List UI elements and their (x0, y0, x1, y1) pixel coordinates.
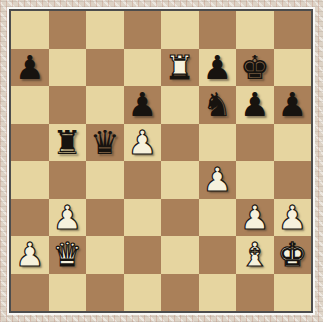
square-b1[interactable] (49, 274, 87, 312)
piece-white-pawn[interactable]: ♟ (240, 199, 270, 236)
square-c7[interactable] (86, 49, 124, 87)
square-g2[interactable]: ♝ (236, 236, 274, 274)
square-a1[interactable] (11, 274, 49, 312)
board-frame: ♟♜♟♚♟♞♟♟♜♛♟♟♟♟♟♟♛♝♚ (0, 0, 323, 322)
square-g3[interactable]: ♟ (236, 199, 274, 237)
square-c1[interactable] (86, 274, 124, 312)
square-d4[interactable] (124, 161, 162, 199)
square-d5[interactable]: ♟ (124, 124, 162, 162)
square-e5[interactable] (161, 124, 199, 162)
piece-white-queen[interactable]: ♛ (52, 236, 82, 273)
frame-light-line: ♟♜♟♚♟♞♟♟♜♛♟♟♟♟♟♟♛♝♚ (7, 7, 315, 315)
square-c6[interactable] (86, 86, 124, 124)
square-e7[interactable]: ♜ (161, 49, 199, 87)
square-b7[interactable] (49, 49, 87, 87)
piece-white-pawn[interactable]: ♟ (52, 199, 82, 236)
square-b6[interactable] (49, 86, 87, 124)
piece-white-pawn[interactable]: ♟ (277, 199, 307, 236)
square-f7[interactable]: ♟ (199, 49, 237, 87)
square-c4[interactable] (86, 161, 124, 199)
square-f6[interactable]: ♞ (199, 86, 237, 124)
square-a2[interactable]: ♟ (11, 236, 49, 274)
square-a3[interactable] (11, 199, 49, 237)
piece-white-rook[interactable]: ♜ (165, 49, 195, 86)
square-f8[interactable] (199, 11, 237, 49)
square-e2[interactable] (161, 236, 199, 274)
square-b4[interactable] (49, 161, 87, 199)
square-b3[interactable]: ♟ (49, 199, 87, 237)
square-g6[interactable]: ♟ (236, 86, 274, 124)
square-d8[interactable] (124, 11, 162, 49)
square-b5[interactable]: ♜ (49, 124, 87, 162)
square-a5[interactable] (11, 124, 49, 162)
chess-board: ♟♜♟♚♟♞♟♟♜♛♟♟♟♟♟♟♛♝♚ (11, 11, 311, 311)
square-d7[interactable] (124, 49, 162, 87)
square-c3[interactable] (86, 199, 124, 237)
square-g8[interactable] (236, 11, 274, 49)
square-g7[interactable]: ♚ (236, 49, 274, 87)
square-a6[interactable] (11, 86, 49, 124)
square-f5[interactable] (199, 124, 237, 162)
piece-black-king[interactable]: ♚ (240, 49, 270, 86)
square-d6[interactable]: ♟ (124, 86, 162, 124)
square-h1[interactable] (274, 274, 312, 312)
square-g5[interactable] (236, 124, 274, 162)
square-a8[interactable] (11, 11, 49, 49)
piece-white-pawn[interactable]: ♟ (202, 161, 232, 198)
square-h2[interactable]: ♚ (274, 236, 312, 274)
square-f4[interactable]: ♟ (199, 161, 237, 199)
piece-black-pawn[interactable]: ♟ (15, 49, 45, 86)
square-h3[interactable]: ♟ (274, 199, 312, 237)
square-c2[interactable] (86, 236, 124, 274)
square-f1[interactable] (199, 274, 237, 312)
piece-black-queen[interactable]: ♛ (90, 124, 120, 161)
piece-white-pawn[interactable]: ♟ (15, 236, 45, 273)
piece-white-king[interactable]: ♚ (277, 236, 307, 273)
piece-black-pawn[interactable]: ♟ (202, 49, 232, 86)
square-d3[interactable] (124, 199, 162, 237)
square-e4[interactable] (161, 161, 199, 199)
square-e1[interactable] (161, 274, 199, 312)
square-h6[interactable]: ♟ (274, 86, 312, 124)
square-e6[interactable] (161, 86, 199, 124)
square-f2[interactable] (199, 236, 237, 274)
square-e8[interactable] (161, 11, 199, 49)
square-d2[interactable] (124, 236, 162, 274)
square-h7[interactable] (274, 49, 312, 87)
piece-black-rook[interactable]: ♜ (52, 124, 82, 161)
piece-black-pawn[interactable]: ♟ (240, 86, 270, 123)
square-c5[interactable]: ♛ (86, 124, 124, 162)
square-a4[interactable] (11, 161, 49, 199)
frame-dark-line: ♟♜♟♚♟♞♟♟♜♛♟♟♟♟♟♟♛♝♚ (9, 9, 313, 313)
piece-black-pawn[interactable]: ♟ (277, 86, 307, 123)
square-b8[interactable] (49, 11, 87, 49)
square-h8[interactable] (274, 11, 312, 49)
square-a7[interactable]: ♟ (11, 49, 49, 87)
square-g1[interactable] (236, 274, 274, 312)
square-c8[interactable] (86, 11, 124, 49)
piece-black-knight[interactable]: ♞ (202, 86, 232, 123)
square-f3[interactable] (199, 199, 237, 237)
square-d1[interactable] (124, 274, 162, 312)
square-h4[interactable] (274, 161, 312, 199)
piece-black-pawn[interactable]: ♟ (127, 86, 157, 123)
square-g4[interactable] (236, 161, 274, 199)
square-h5[interactable] (274, 124, 312, 162)
piece-white-bishop[interactable]: ♝ (240, 236, 270, 273)
square-b2[interactable]: ♛ (49, 236, 87, 274)
piece-white-pawn[interactable]: ♟ (127, 124, 157, 161)
square-e3[interactable] (161, 199, 199, 237)
